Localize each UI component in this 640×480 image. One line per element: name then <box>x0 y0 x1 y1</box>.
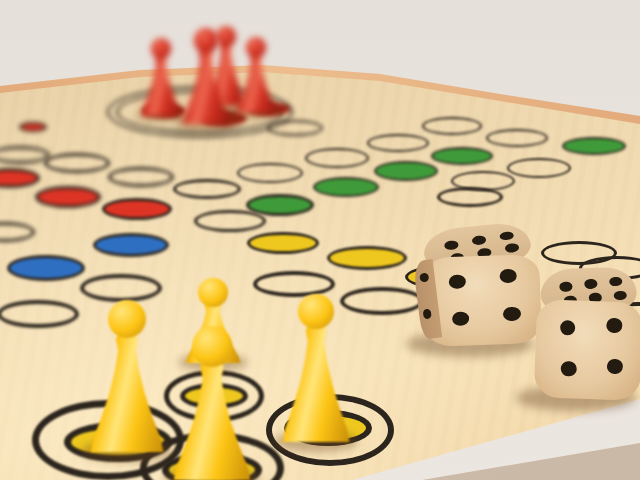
track-circle-red <box>19 122 47 132</box>
track-circle-green <box>313 177 379 197</box>
track-circle <box>422 117 482 135</box>
track-circle <box>194 210 266 232</box>
pip <box>560 361 576 377</box>
track-circle <box>486 129 548 147</box>
pip <box>499 269 517 284</box>
yellow-pawn-3[interactable] <box>282 294 350 442</box>
track-circle <box>367 134 429 152</box>
pip <box>500 231 515 241</box>
track-circle-blue <box>7 255 85 281</box>
yellow-pawn-2-head <box>108 300 146 338</box>
pip <box>448 274 466 289</box>
pip <box>422 309 432 320</box>
red-pawn-3[interactable] <box>236 37 276 113</box>
track-circle <box>0 300 79 328</box>
track-circle-yellow <box>327 246 407 270</box>
track-circle-red <box>102 198 172 220</box>
red-pawn-3-body <box>236 54 276 113</box>
yellow-pawn-3-head <box>298 294 333 329</box>
pip <box>614 290 627 300</box>
pip <box>445 240 460 250</box>
pip <box>607 358 623 374</box>
yellow-pawn-2[interactable] <box>90 300 164 452</box>
pip <box>606 317 622 333</box>
track-circle-green <box>431 147 493 165</box>
red-pawn-2[interactable] <box>141 38 181 116</box>
pip <box>452 311 470 326</box>
track-circle <box>80 274 162 302</box>
red-pawn-2-body <box>141 55 181 116</box>
red-pawn-4-body <box>182 48 230 124</box>
track-circle-yellow <box>247 232 319 254</box>
die-left[interactable] <box>416 224 544 348</box>
ludo-board-photo <box>0 0 640 480</box>
track-circle <box>340 287 424 315</box>
yellow-pawn-4-body <box>173 358 251 480</box>
yellow-pawn-2-body <box>90 331 164 452</box>
pip <box>559 282 572 292</box>
red-pawn-4[interactable] <box>182 28 230 124</box>
track-circle <box>305 148 369 168</box>
pip <box>560 320 576 336</box>
die-right-front-face <box>534 299 640 400</box>
red-pawn-2-head <box>151 38 172 59</box>
pip <box>609 276 622 286</box>
track-circle-green <box>374 161 438 181</box>
yellow-pawn-3-body <box>282 322 350 442</box>
track-circle <box>507 158 571 178</box>
pip <box>503 306 521 321</box>
yellow-pawn-4[interactable] <box>173 326 251 480</box>
pip <box>472 235 487 245</box>
pip <box>419 273 429 284</box>
track-circle <box>237 163 303 183</box>
track-circle <box>44 153 110 173</box>
track-circle <box>437 187 503 207</box>
track-circle-red <box>35 186 101 208</box>
yellow-pawn-1-head <box>198 278 227 307</box>
track-circle-blue <box>93 233 169 257</box>
pip <box>505 243 520 253</box>
red-pawn-3-head <box>246 37 267 58</box>
pip <box>584 279 597 289</box>
die-right[interactable] <box>530 266 640 402</box>
red-pawn-4-head <box>194 28 219 53</box>
track-circle <box>173 179 241 199</box>
yellow-pawn-4-head <box>192 326 233 367</box>
track-circle-green <box>562 137 626 155</box>
track-circle <box>108 167 174 187</box>
